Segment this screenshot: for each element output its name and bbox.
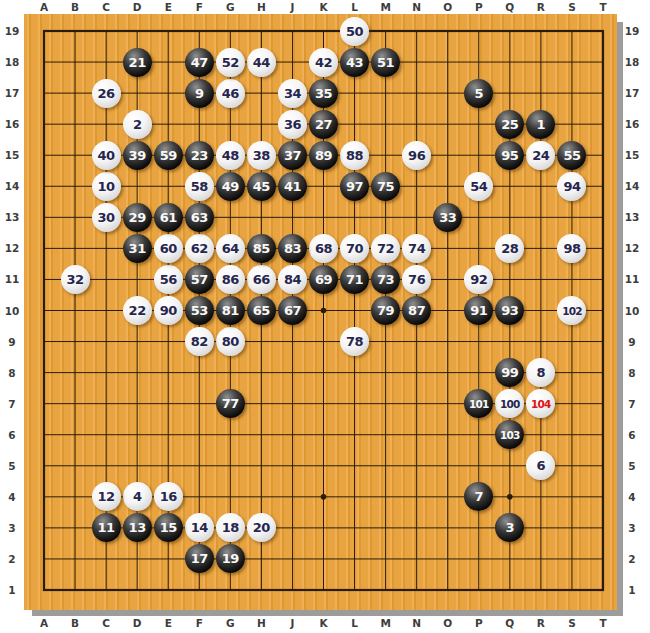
- white-stone-78-L9[interactable]: 78: [340, 327, 369, 356]
- row-label-right-4: 4: [628, 491, 635, 503]
- white-stone-34-J17[interactable]: 34: [278, 79, 307, 108]
- black-stone-91-P10[interactable]: 91: [464, 296, 493, 325]
- black-stone-97-L14[interactable]: 97: [340, 172, 369, 201]
- black-stone-19-G2[interactable]: 19: [216, 544, 245, 573]
- col-label-bottom-A: A: [40, 617, 48, 629]
- white-stone-90-E10[interactable]: 90: [154, 296, 183, 325]
- white-stone-46-G17[interactable]: 46: [216, 79, 245, 108]
- white-stone-10-C14[interactable]: 10: [92, 172, 121, 201]
- black-stone-23-F15[interactable]: 23: [185, 141, 214, 170]
- white-stone-32-B11[interactable]: 32: [61, 265, 90, 294]
- black-stone-87-N10[interactable]: 87: [402, 296, 431, 325]
- row-label-left-11: 11: [5, 273, 20, 285]
- white-stone-50-L19[interactable]: 50: [340, 17, 369, 46]
- row-label-left-2: 2: [8, 553, 15, 565]
- white-stone-28-Q12[interactable]: 28: [495, 234, 524, 263]
- white-stone-82-F9[interactable]: 82: [185, 327, 214, 356]
- white-stone-16-E4[interactable]: 16: [154, 482, 183, 511]
- black-stone-41-J14[interactable]: 41: [278, 172, 307, 201]
- white-stone-42-K18[interactable]: 42: [309, 48, 338, 77]
- row-label-right-6: 6: [628, 429, 635, 441]
- black-stone-3-Q3[interactable]: 3: [495, 513, 524, 542]
- row-label-right-7: 7: [628, 398, 635, 410]
- black-stone-59-E15[interactable]: 59: [154, 141, 183, 170]
- white-stone-12-C4[interactable]: 12: [92, 482, 121, 511]
- row-label-right-11: 11: [625, 273, 640, 285]
- row-label-left-1: 1: [8, 584, 15, 596]
- row-label-right-12: 12: [625, 242, 640, 254]
- black-stone-43-L18[interactable]: 43: [340, 48, 369, 77]
- row-label-right-9: 9: [628, 336, 635, 348]
- stones-layer[interactable]: 1234567891011121314151617181920212223242…: [44, 31, 603, 590]
- black-stone-55-S15[interactable]: 55: [557, 141, 586, 170]
- row-label-right-5: 5: [628, 460, 635, 472]
- col-label-bottom-E: E: [165, 617, 172, 629]
- go-board[interactable]: 1234567891011121314151617181920212223242…: [24, 14, 617, 610]
- row-label-right-16: 16: [625, 118, 640, 130]
- col-label-bottom-S: S: [568, 617, 576, 629]
- black-stone-15-E3[interactable]: 15: [154, 513, 183, 542]
- row-label-left-18: 18: [5, 56, 20, 68]
- white-stone-60-E12[interactable]: 60: [154, 234, 183, 263]
- row-label-left-6: 6: [8, 429, 15, 441]
- white-stone-4-D4[interactable]: 4: [123, 482, 152, 511]
- white-stone-52-G18[interactable]: 52: [216, 48, 245, 77]
- row-label-right-14: 14: [625, 180, 640, 192]
- col-label-top-O: O: [443, 1, 452, 13]
- col-label-bottom-P: P: [475, 617, 483, 629]
- white-stone-30-C13[interactable]: 30: [92, 203, 121, 232]
- white-stone-2-D16[interactable]: 2: [123, 110, 152, 139]
- white-stone-44-H18[interactable]: 44: [247, 48, 276, 77]
- black-stone-99-Q8[interactable]: 99: [495, 358, 524, 387]
- black-stone-27-K16[interactable]: 27: [309, 110, 338, 139]
- row-label-left-3: 3: [8, 522, 15, 534]
- black-stone-101-P7[interactable]: 101: [464, 389, 493, 418]
- black-stone-85-H12[interactable]: 85: [247, 234, 276, 263]
- row-label-left-4: 4: [8, 491, 15, 503]
- white-stone-40-C15[interactable]: 40: [92, 141, 121, 170]
- black-stone-67-J10[interactable]: 67: [278, 296, 307, 325]
- col-label-top-H: H: [257, 1, 266, 13]
- col-label-top-F: F: [196, 1, 203, 13]
- white-stone-18-G3[interactable]: 18: [216, 513, 245, 542]
- col-label-bottom-D: D: [133, 617, 142, 629]
- black-stone-35-K17[interactable]: 35: [309, 79, 338, 108]
- row-label-right-1: 1: [628, 584, 635, 596]
- row-label-left-19: 19: [5, 25, 20, 37]
- row-label-left-13: 13: [5, 211, 20, 223]
- col-label-top-M: M: [380, 1, 390, 13]
- white-stone-14-F3[interactable]: 14: [185, 513, 214, 542]
- col-label-bottom-C: C: [102, 617, 110, 629]
- white-stone-94-S14[interactable]: 94: [557, 172, 586, 201]
- black-stone-21-D18[interactable]: 21: [123, 48, 152, 77]
- row-label-right-15: 15: [625, 149, 640, 161]
- white-stone-66-H11[interactable]: 66: [247, 265, 276, 294]
- col-label-top-L: L: [351, 1, 358, 13]
- white-stone-20-H3[interactable]: 20: [247, 513, 276, 542]
- white-stone-100-Q7[interactable]: 100: [495, 389, 524, 418]
- col-label-top-R: R: [537, 1, 545, 13]
- col-label-bottom-M: M: [380, 617, 390, 629]
- col-label-bottom-O: O: [443, 617, 452, 629]
- col-label-top-S: S: [568, 1, 576, 13]
- row-label-right-13: 13: [625, 211, 640, 223]
- white-stone-86-G11[interactable]: 86: [216, 265, 245, 294]
- row-label-right-2: 2: [628, 553, 635, 565]
- white-stone-24-R15[interactable]: 24: [526, 141, 555, 170]
- black-stone-103-Q6[interactable]: 103: [495, 420, 524, 449]
- white-stone-76-N11[interactable]: 76: [402, 265, 431, 294]
- row-label-left-12: 12: [5, 242, 20, 254]
- black-stone-53-F10[interactable]: 53: [185, 296, 214, 325]
- col-label-bottom-H: H: [257, 617, 266, 629]
- row-label-left-16: 16: [5, 118, 20, 130]
- black-stone-75-M14[interactable]: 75: [371, 172, 400, 201]
- white-stone-22-D10[interactable]: 22: [123, 296, 152, 325]
- black-stone-31-D12[interactable]: 31: [123, 234, 152, 263]
- black-stone-79-M10[interactable]: 79: [371, 296, 400, 325]
- white-stone-26-C17[interactable]: 26: [92, 79, 121, 108]
- black-stone-93-Q10[interactable]: 93: [495, 296, 524, 325]
- col-label-bottom-L: L: [351, 617, 358, 629]
- row-label-right-19: 19: [625, 25, 640, 37]
- white-stone-72-M12[interactable]: 72: [371, 234, 400, 263]
- black-stone-65-H10[interactable]: 65: [247, 296, 276, 325]
- black-stone-33-O13[interactable]: 33: [433, 203, 462, 232]
- black-stone-1-R16[interactable]: 1: [526, 110, 555, 139]
- white-stone-56-E11[interactable]: 56: [154, 265, 183, 294]
- white-stone-36-J16[interactable]: 36: [278, 110, 307, 139]
- col-label-bottom-B: B: [71, 617, 79, 629]
- row-label-right-17: 17: [625, 87, 640, 99]
- black-stone-13-D3[interactable]: 13: [123, 513, 152, 542]
- white-stone-8-R8[interactable]: 8: [526, 358, 555, 387]
- black-stone-83-J12[interactable]: 83: [278, 234, 307, 263]
- white-stone-102-S10[interactable]: 102: [557, 296, 586, 325]
- col-label-top-T: T: [599, 1, 606, 13]
- col-label-top-K: K: [319, 1, 327, 13]
- black-stone-61-E13[interactable]: 61: [154, 203, 183, 232]
- black-stone-29-D13[interactable]: 29: [123, 203, 152, 232]
- black-stone-51-M18[interactable]: 51: [371, 48, 400, 77]
- row-label-right-8: 8: [628, 367, 635, 379]
- col-label-top-P: P: [475, 1, 483, 13]
- white-stone-74-N12[interactable]: 74: [402, 234, 431, 263]
- col-label-top-A: A: [40, 1, 48, 13]
- col-label-bottom-J: J: [290, 617, 294, 629]
- col-label-top-J: J: [290, 1, 294, 13]
- col-label-top-C: C: [102, 1, 110, 13]
- black-stone-47-F18[interactable]: 47: [185, 48, 214, 77]
- row-label-right-10: 10: [625, 305, 640, 317]
- col-label-bottom-Q: Q: [505, 617, 514, 629]
- black-stone-5-P17[interactable]: 5: [464, 79, 493, 108]
- black-stone-25-Q16[interactable]: 25: [495, 110, 524, 139]
- black-stone-37-J15[interactable]: 37: [278, 141, 307, 170]
- black-stone-63-F13[interactable]: 63: [185, 203, 214, 232]
- row-label-left-8: 8: [8, 367, 15, 379]
- col-label-top-E: E: [165, 1, 172, 13]
- black-stone-49-G14[interactable]: 49: [216, 172, 245, 201]
- white-stone-88-L15[interactable]: 88: [340, 141, 369, 170]
- col-label-bottom-F: F: [196, 617, 203, 629]
- white-stone-6-R5[interactable]: 6: [526, 451, 555, 480]
- black-stone-95-Q15[interactable]: 95: [495, 141, 524, 170]
- white-stone-62-F12[interactable]: 62: [185, 234, 214, 263]
- row-label-right-3: 3: [628, 522, 635, 534]
- col-label-bottom-R: R: [537, 617, 545, 629]
- col-label-top-B: B: [71, 1, 79, 13]
- white-stone-80-G9[interactable]: 80: [216, 327, 245, 356]
- white-stone-98-S12[interactable]: 98: [557, 234, 586, 263]
- black-stone-9-F17[interactable]: 9: [185, 79, 214, 108]
- white-stone-54-P14[interactable]: 54: [464, 172, 493, 201]
- white-stone-92-P11[interactable]: 92: [464, 265, 493, 294]
- white-stone-104-R7[interactable]: 104: [526, 389, 555, 418]
- go-diagram-page: ABCDEFGHJKLMNOPQRST ABCDEFGHJKLMNOPQRST …: [0, 0, 650, 633]
- col-label-bottom-N: N: [412, 617, 421, 629]
- black-stone-11-C3[interactable]: 11: [92, 513, 121, 542]
- row-label-left-14: 14: [5, 180, 20, 192]
- white-stone-96-N15[interactable]: 96: [402, 141, 431, 170]
- row-label-left-15: 15: [5, 149, 20, 161]
- col-label-bottom-K: K: [319, 617, 327, 629]
- black-stone-69-K11[interactable]: 69: [309, 265, 338, 294]
- black-stone-89-K15[interactable]: 89: [309, 141, 338, 170]
- col-label-bottom-G: G: [226, 617, 235, 629]
- white-stone-70-L12[interactable]: 70: [340, 234, 369, 263]
- black-stone-45-H14[interactable]: 45: [247, 172, 276, 201]
- black-stone-81-G10[interactable]: 81: [216, 296, 245, 325]
- row-label-right-18: 18: [625, 56, 640, 68]
- black-stone-77-G7[interactable]: 77: [216, 389, 245, 418]
- white-stone-64-G12[interactable]: 64: [216, 234, 245, 263]
- black-stone-17-F2[interactable]: 17: [185, 544, 214, 573]
- black-stone-71-L11[interactable]: 71: [340, 265, 369, 294]
- black-stone-73-M11[interactable]: 73: [371, 265, 400, 294]
- row-label-left-5: 5: [8, 460, 15, 472]
- black-stone-7-P4[interactable]: 7: [464, 482, 493, 511]
- white-stone-84-J11[interactable]: 84: [278, 265, 307, 294]
- white-stone-68-K12[interactable]: 68: [309, 234, 338, 263]
- col-label-top-Q: Q: [505, 1, 514, 13]
- row-label-left-9: 9: [8, 336, 15, 348]
- row-label-left-10: 10: [5, 305, 20, 317]
- row-label-left-17: 17: [5, 87, 20, 99]
- col-label-bottom-T: T: [599, 617, 606, 629]
- white-stone-38-H15[interactable]: 38: [247, 141, 276, 170]
- col-label-top-D: D: [133, 1, 142, 13]
- white-stone-58-F14[interactable]: 58: [185, 172, 214, 201]
- col-label-top-N: N: [412, 1, 421, 13]
- col-label-top-G: G: [226, 1, 235, 13]
- white-stone-48-G15[interactable]: 48: [216, 141, 245, 170]
- black-stone-39-D15[interactable]: 39: [123, 141, 152, 170]
- black-stone-57-F11[interactable]: 57: [185, 265, 214, 294]
- row-label-left-7: 7: [8, 398, 15, 410]
